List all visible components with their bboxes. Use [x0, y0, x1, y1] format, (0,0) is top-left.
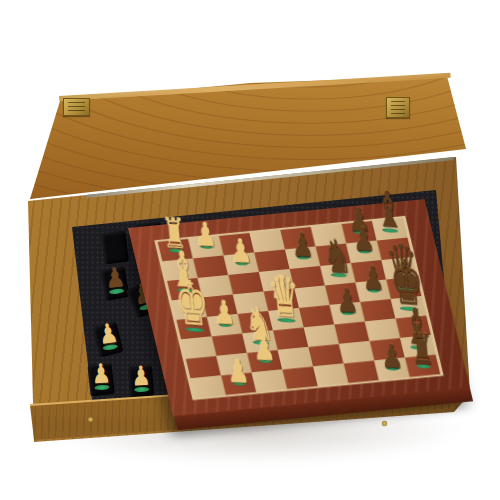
felt-base — [330, 272, 347, 277]
piece-black-pawn-e6[interactable]: ♟ — [334, 283, 358, 317]
white-pawn-glyph: ♟ — [97, 319, 120, 349]
felt-base — [94, 385, 109, 391]
felt-base — [341, 311, 354, 315]
square-h1[interactable] — [190, 376, 225, 399]
felt-base — [232, 381, 245, 385]
felt-base — [277, 318, 296, 323]
felt-base — [199, 245, 212, 249]
piece-white-pawn-e2[interactable]: ♟ — [212, 295, 236, 329]
brass-plate-icon — [386, 97, 410, 118]
piece-white-pawn-g3[interactable]: ♟ — [252, 331, 276, 365]
felt-base — [367, 288, 380, 292]
square-h6[interactable] — [344, 361, 379, 384]
tray-piece-white-pawn-6[interactable]: ♟ — [87, 352, 115, 392]
felt-base — [184, 327, 203, 332]
felt-base — [218, 323, 231, 327]
chess-set-scene: ♟♟♟♟♟ ♜♟♟♝♟♟♟♝♞♟♟♛♚♟♛♟♚♞♟♝♟♟♜ — [0, 0, 500, 500]
brass-plate-engraving — [391, 101, 405, 114]
felt-base — [109, 288, 124, 295]
piece-black-rook-h8[interactable]: ♜ — [407, 328, 434, 371]
square-h8[interactable]: ♜ — [405, 355, 440, 378]
piece-white-king-e1[interactable]: ♚ — [172, 272, 211, 336]
felt-base — [357, 249, 370, 253]
felt-base — [296, 255, 309, 259]
tray-piece-white-pawn-5[interactable]: ♟ — [92, 311, 123, 352]
board-grid: ♜♟♟♝♟♟♟♝♞♟♟♛♚♟♛♟♚♞♟♝♟♟♜ — [158, 218, 441, 398]
piece-white-pawn-b3[interactable]: ♟ — [228, 234, 252, 268]
square-h2[interactable]: ♟ — [221, 373, 256, 396]
piece-white-pawn-a2[interactable]: ♟ — [193, 217, 217, 251]
piece-white-pawn-h2[interactable]: ♟ — [226, 354, 250, 388]
piece-black-pawn-h7[interactable]: ♟ — [379, 339, 403, 373]
brass-pin-icon — [88, 417, 93, 422]
chess-board: ♜♟♟♝♟♟♟♝♞♟♟♛♚♟♛♟♚♞♟♝♟♟♜ — [128, 199, 470, 417]
square-h7[interactable]: ♟ — [374, 358, 409, 381]
piece-black-knight-c6[interactable]: ♞ — [321, 233, 353, 280]
white-pawn-glyph: ♟ — [131, 362, 151, 390]
square-h5[interactable] — [313, 364, 348, 387]
felt-base — [385, 366, 398, 370]
felt-base — [258, 359, 271, 363]
felt-base — [134, 387, 149, 393]
black-pawn-glyph: ♟ — [104, 263, 126, 292]
felt-base — [235, 261, 248, 265]
piece-black-pawn-b7[interactable]: ♟ — [351, 222, 375, 256]
brass-plate-icon — [63, 98, 90, 116]
square-h3[interactable] — [252, 370, 287, 393]
tray-piece-white-pawn-7[interactable]: ♟ — [127, 354, 155, 393]
piece-black-pawn-d7[interactable]: ♟ — [360, 261, 384, 295]
piece-black-pawn-b5[interactable]: ♟ — [290, 228, 314, 262]
felt-base — [416, 364, 430, 369]
square-h4[interactable] — [282, 367, 317, 390]
piece-black-bishop-a8[interactable]: ♝ — [372, 184, 404, 235]
brass-pin-icon — [382, 421, 387, 426]
brass-plate-engraving — [68, 102, 85, 112]
white-pawn-glyph: ♟ — [91, 359, 112, 387]
